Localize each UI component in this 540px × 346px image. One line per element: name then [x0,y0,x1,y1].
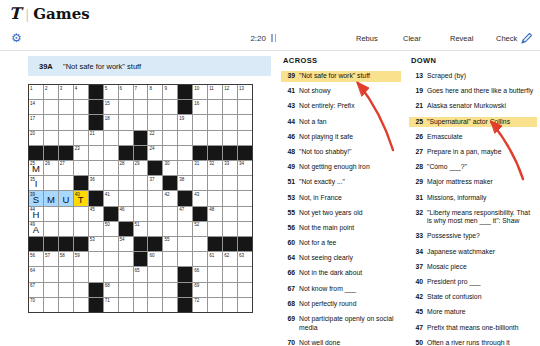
cell-number: 34 [239,161,244,166]
grid-cell-r13c15[interactable] [238,267,252,281]
grid-cell-r7c14[interactable] [223,176,237,190]
grid-cell-r7c3[interactable] [59,176,73,190]
across-clue-48[interactable]: 48"Not too shabby!" [281,147,401,158]
across-clue-66[interactable]: 66Not in the dark about [281,268,401,279]
crossword-grid[interactable]: 1234567891011121314151617181920212223242… [29,85,252,312]
cell-number: 65 [135,268,140,273]
grid-cell-r7c6[interactable] [104,176,118,190]
nyt-games-logo[interactable]: T | Games [9,4,90,23]
grid-cell-r3c1[interactable]: 17 [29,115,43,129]
grid-cell-r2c1[interactable]: 14 [29,100,43,114]
grid-cell-r2c7[interactable] [119,100,133,114]
grid-cell-r1c1[interactable]: 1 [29,85,43,99]
clue-number: 21 [409,102,423,111]
grid-cell-r9c2[interactable] [44,207,58,221]
grid-cell-r4c9[interactable]: 22 [148,131,162,145]
across-clue-68[interactable]: 68Not perfectly round [281,299,401,310]
grid-cell-r2c14[interactable] [223,100,237,114]
grid-cell-r1c7[interactable]: 6 [119,85,133,99]
cell-number: 63 [239,253,244,258]
cell-letter: M [47,195,55,206]
clue-text: Not entirely: Prefix [299,102,355,111]
grid-cell-r11c10[interactable]: 55 [163,237,177,251]
grid-cell-r1c2[interactable]: 2 [44,85,58,99]
grid-cell-r9c11[interactable]: 47 [178,207,192,221]
selected-clue-text: "Not safe for work" stuff [63,62,141,71]
down-clue-25[interactable]: 25"Supernatural" actor Collins [409,117,537,128]
grid-cell-r10c14[interactable] [223,222,237,236]
grid-cell-r3c14[interactable] [223,115,237,129]
grid-cell-r12c2[interactable]: 57 [44,252,58,266]
clue-number: 31 [409,194,423,203]
grid-cell-r9c5[interactable]: 45 [89,207,103,221]
grid-cell-r7c5[interactable]: 36 [89,176,103,190]
grid-cell-r6c14[interactable]: 33 [223,161,237,175]
across-clue-70[interactable]: 70Not well done [281,338,401,346]
grid-cell-r11c5[interactable]: 53 [89,237,103,251]
grid-cell-r10c1[interactable]: 49A [29,222,43,236]
grid-cell-r12c6[interactable] [104,252,118,266]
cell-number: 38 [179,177,184,182]
grid-cell-r8c4[interactable]: 40T [74,191,88,205]
grid-cell-r10c13[interactable] [208,222,222,236]
grid-cell-r13c8[interactable]: 65 [134,267,148,281]
grid-cell-r15c9[interactable] [148,298,162,312]
grid-cell-r13c12[interactable]: 66 [193,267,207,281]
grid-cell-r1c10[interactable]: 9 [163,85,177,99]
rebus-button[interactable]: Rebus [356,34,378,43]
grid-cell-r13c7[interactable] [119,267,133,281]
grid-cell-r7c7[interactable] [119,176,133,190]
cell-number: 4 [75,86,78,91]
across-clue-69[interactable]: 69Not participate openly on social media [281,314,401,333]
grid-cell-r14c12[interactable]: 69 [193,283,207,297]
grid-cell-r3c3[interactable] [59,115,73,129]
grid-cell-r11c7[interactable]: 54 [119,237,133,251]
down-clue-27[interactable]: 27Prepare in a pan, maybe [409,147,537,158]
across-clue-53[interactable]: 53Not, in France [281,193,401,204]
grid-cell-r14c3[interactable] [59,283,73,297]
down-clue-26[interactable]: 26Emasculate [409,132,537,143]
grid-cell-r4c7[interactable] [119,131,133,145]
grid-cell-r7c15[interactable] [238,176,252,190]
grid-cell-r1c9[interactable]: 8 [148,85,162,99]
down-clue-list: DOWN 13Scraped (by)19Goes here and there… [409,56,537,346]
grid-cell-r13c6[interactable] [104,267,118,281]
grid-cell-r6c7[interactable]: 28 [119,161,133,175]
grid-cell-r1c3[interactable]: 3 [59,85,73,99]
grid-cell-r12c12[interactable] [193,252,207,266]
grid-cell-r13c4[interactable] [74,267,88,281]
grid-cell-r15c15[interactable] [238,298,252,312]
grid-cell-r15c8[interactable] [134,298,148,312]
grid-cell-r7c9[interactable]: 37 [148,176,162,190]
grid-cell-r15c3[interactable] [59,298,73,312]
down-clue-32[interactable]: 32"Liberty means responsibility. That is… [409,208,537,227]
grid-cell-r9c14[interactable] [223,207,237,221]
cell-number: 15 [105,101,110,106]
grid-cell-r3c11[interactable]: 19 [178,115,192,129]
across-clue-64[interactable]: 64Not seeing clearly [281,253,401,264]
grid-cell-r8c9[interactable] [148,191,162,205]
grid-cell-r4c5[interactable]: 21 [89,131,103,145]
grid-cell-r14c15[interactable] [238,283,252,297]
grid-cell-r4c11[interactable] [178,131,192,145]
grid-cell-r5c9[interactable]: 24 [148,146,162,160]
grid-cell-r2c8[interactable] [134,100,148,114]
grid-cell-r14c9[interactable] [148,283,162,297]
grid-cell-r9c8[interactable] [134,207,148,221]
grid-cell-r4c14[interactable] [223,131,237,145]
down-clue-28[interactable]: 28"Cómo ___?" [409,162,537,173]
cell-number: 20 [30,131,35,136]
clue-number: 41 [281,87,295,96]
grid-cell-r14c8[interactable] [134,283,148,297]
grid-cell-r12c5[interactable] [89,252,103,266]
clue-number: 27 [409,148,423,157]
grid-cell-r1c14[interactable]: 12 [223,85,237,99]
grid-cell-r5c5[interactable] [89,146,103,160]
clue-text: "Not too shabby!" [299,148,351,157]
grid-cell-r2c10[interactable] [163,100,177,114]
grid-cell-r10c15[interactable] [238,222,252,236]
grid-cell-r8c13[interactable] [208,191,222,205]
grid-cell-r13c3[interactable] [59,267,73,281]
grid-cell-r6c5[interactable] [89,161,103,175]
grid-cell-r6c4[interactable] [74,161,88,175]
grid-cell-r1c4[interactable]: 4 [74,85,88,99]
grid-cell-r10c3[interactable] [59,222,73,236]
grid-cell-r13c13[interactable] [208,267,222,281]
grid-cell-r10c2[interactable] [44,222,58,236]
grid-cell-r6c8[interactable]: 29 [134,161,148,175]
grid-cell-r2c15[interactable] [238,100,252,114]
grid-cell-r12c13[interactable]: 61 [208,252,222,266]
pencil-edit-icon[interactable] [520,32,533,45]
grid-cell-r14c1[interactable]: 67 [29,283,43,297]
selected-clue-banner[interactable]: 39A "Not safe for work" stuff [28,56,271,76]
grid-cell-r11c6[interactable] [104,237,118,251]
grid-cell-r8c14[interactable] [223,191,237,205]
grid-cell-r15c12[interactable]: 72 [193,298,207,312]
cell-number: 60 [149,253,154,258]
down-clue-29[interactable]: 29Major mattress maker [409,177,537,188]
grid-cell-r3c2[interactable] [44,115,58,129]
grid-cell-r3c8[interactable] [134,115,148,129]
grid-cell-r5c10[interactable] [163,146,177,160]
down-clue-33[interactable]: 33Possessive type? [409,231,537,242]
grid-cell-r3c10[interactable] [163,115,177,129]
across-clue-list: ACROSS 39"Not safe for work" stuff41Not … [281,56,401,346]
grid-cell-r12c1[interactable]: 56 [29,252,43,266]
grid-cell-r3c9[interactable] [148,115,162,129]
grid-cell-r14c6[interactable]: 68 [104,283,118,297]
grid-cell-r14c14[interactable] [223,283,237,297]
clue-text: "Not safe for work" stuff [299,72,370,81]
down-clue-50[interactable]: 50Often a river runs through it [409,338,537,346]
grid-cell-r7c12[interactable] [193,176,207,190]
clue-text: Not participate openly on social media [299,315,399,332]
grid-cell-r2c2[interactable] [44,100,58,114]
grid-cell-r8c1[interactable]: 39S [29,191,43,205]
across-clue-60[interactable]: 60Not for a fee [281,238,401,249]
grid-cell-r5c13 [208,146,222,160]
cell-number: 50 [105,222,110,227]
cell-number: 13 [239,86,244,91]
grid-cell-r15c10[interactable] [163,298,177,312]
settings-gear-icon[interactable]: ⚙ [11,30,22,46]
across-clue-41[interactable]: 41Not showy [281,86,401,97]
grid-cell-r14c2[interactable] [44,283,58,297]
grid-cell-r3c4[interactable] [74,115,88,129]
grid-cell-r4c3[interactable] [59,131,73,145]
grid-cell-r14c13[interactable] [208,283,222,297]
grid-cell-r7c13[interactable] [208,176,222,190]
grid-cell-r15c4[interactable] [74,298,88,312]
across-clue-43[interactable]: 43Not entirely: Prefix [281,101,401,112]
grid-cell-r6c3[interactable]: 27 [59,161,73,175]
grid-cell-r13c10[interactable] [163,267,177,281]
clue-text: Not showy [299,87,331,96]
grid-cell-r13c2[interactable] [44,267,58,281]
grid-cell-r6c10[interactable]: 30 [163,161,177,175]
across-header: ACROSS [283,56,401,65]
grid-cell-r9c6 [104,207,118,221]
crossword-board: 1234567891011121314151617181920212223242… [28,84,253,313]
grid-cell-r1c12[interactable]: 10 [193,85,207,99]
across-clue-51[interactable]: 51"Not exactly ..." [281,177,401,188]
cell-number: 48 [209,207,214,212]
grid-cell-r8c10[interactable]: 42 [163,191,177,205]
grid-cell-r5c6[interactable] [104,146,118,160]
clue-text: Mosaic piece [427,263,467,272]
grid-cell-r7c8[interactable] [134,176,148,190]
grid-cell-r6c1[interactable]: 25M [29,161,43,175]
down-clue-21[interactable]: 21Alaska senator Murkowski [409,101,537,112]
grid-cell-r10c5[interactable] [89,222,103,236]
grid-cell-r14c7[interactable] [119,283,133,297]
cell-number: 57 [45,253,50,258]
grid-cell-r4c12[interactable] [193,131,207,145]
cell-number: 71 [105,298,110,303]
cell-number: 24 [149,146,154,151]
selected-clue-number: 39A [39,62,63,71]
grid-cell-r7c1[interactable]: 35I [29,176,43,190]
grid-cell-r12c4[interactable]: 59 [74,252,88,266]
grid-cell-r10c12[interactable]: 52 [193,222,207,236]
grid-cell-r8c15[interactable] [238,191,252,205]
grid-cell-r15c7[interactable] [119,298,133,312]
clue-text: Often a river runs through it [427,339,510,346]
reveal-button[interactable]: Reveal [450,34,473,43]
down-clue-34[interactable]: 34Japanese watchmaker [409,247,537,258]
clue-number: 60 [281,239,295,248]
grid-cell-r3c15[interactable] [238,115,252,129]
grid-cell-r15c6[interactable]: 71 [104,298,118,312]
down-clue-45[interactable]: 45More mature [409,307,537,318]
cell-number: 47 [179,207,184,212]
grid-cell-r9c10[interactable] [163,207,177,221]
grid-cell-r13c14[interactable] [223,267,237,281]
grid-cell-r5c4[interactable]: 23 [74,146,88,160]
down-clue-42[interactable]: 42State of confusion [409,292,537,303]
down-clue-13[interactable]: 13Scraped (by) [409,71,537,82]
cell-number: 58 [60,253,65,258]
grid-cell-r9c13[interactable]: 48 [208,207,222,221]
grid-cell-r9c3[interactable] [59,207,73,221]
grid-cell-r1c8[interactable]: 7 [134,85,148,99]
grid-cell-r9c1[interactable]: 44H [29,207,43,221]
down-clue-19[interactable]: 19Goes here and there like a butterfly [409,86,537,97]
clue-number: 19 [409,87,423,96]
grid-cell-r2c3[interactable] [59,100,73,114]
across-clue-44[interactable]: 44Not a fan [281,117,401,128]
cell-number: 59 [75,253,80,258]
cell-number: 8 [149,86,152,91]
grid-cell-r2c9[interactable] [148,100,162,114]
grid-cell-r6c12[interactable]: 31 [193,161,207,175]
grid-cell-r11c2 [44,237,58,251]
across-clue-56[interactable]: 56Not the main point [281,223,401,234]
clue-text: Alaska senator Murkowski [427,102,506,111]
grid-cell-r1c15[interactable]: 13 [238,85,252,99]
grid-cell-r8c7[interactable] [119,191,133,205]
grid-cell-r4c10[interactable] [163,131,177,145]
grid-cell-r15c14[interactable] [223,298,237,312]
grid-cell-r11c11[interactable] [178,237,192,251]
grid-cell-r14c10[interactable] [163,283,177,297]
grid-cell-r12c9[interactable]: 60 [148,252,162,266]
grid-cell-r14c11 [178,283,192,297]
grid-cell-r11c14 [223,237,237,251]
clue-number: 46 [281,133,295,142]
cell-number: 11 [209,86,214,91]
down-clue-37[interactable]: 37Mosaic piece [409,262,537,273]
clue-text: More mature [427,308,466,317]
cell-number: 23 [75,146,80,151]
grid-cell-r4c6[interactable] [104,131,118,145]
grid-cell-r9c7[interactable]: 46 [119,207,133,221]
check-button[interactable]: Check [496,34,517,43]
cell-number: 7 [135,86,138,91]
grid-cell-r13c5[interactable] [89,267,103,281]
grid-cell-r4c15[interactable] [238,131,252,145]
pause-icon[interactable] [271,34,278,42]
grid-cell-r6c15[interactable]: 34 [238,161,252,175]
grid-cell-r12c14[interactable]: 62 [223,252,237,266]
grid-cell-r9c15[interactable] [238,207,252,221]
clear-button[interactable]: Clear [403,34,421,43]
down-clue-47[interactable]: 47Prefix that means one-billionth [409,323,537,334]
clue-text: "Supernatural" actor Collins [427,118,510,127]
across-clue-67[interactable]: 67Not know from ___ [281,284,401,295]
clue-text: Prefix that means one-billionth [427,324,518,333]
grid-cell-r8c6[interactable]: 41 [104,191,118,205]
clue-text: Not, in France [299,194,342,203]
across-clue-49[interactable]: 49Not getting enough iron [281,162,401,173]
grid-cell-r10c4[interactable] [74,222,88,236]
grid-cell-r5c11[interactable] [178,146,192,160]
grid-cell-r15c1[interactable]: 70 [29,298,43,312]
clue-text: "Cómo ___?" [427,163,467,172]
clue-number: 33 [409,232,423,241]
grid-cell-r5c2 [44,146,58,160]
grid-cell-r6c13[interactable]: 32 [208,161,222,175]
grid-cell-r15c13[interactable] [208,298,222,312]
clue-number: 51 [281,178,295,187]
cell-number: 27 [60,161,65,166]
grid-cell-r7c4 [74,176,88,190]
grid-cell-r12c10[interactable] [163,252,177,266]
grid-cell-r13c9[interactable] [148,267,162,281]
grid-cell-r7c11[interactable]: 38 [178,176,192,190]
across-clue-46[interactable]: 46Not playing it safe [281,132,401,143]
grid-cell-r12c7[interactable] [119,252,133,266]
grid-cell-r14c5 [89,283,103,297]
grid-cell-r13c1[interactable]: 64 [29,267,43,281]
grid-cell-r7c2[interactable] [44,176,58,190]
grid-cell-r10c6[interactable]: 50 [104,222,118,236]
cell-number: 33 [224,161,229,166]
grid-cell-r6c6[interactable] [104,161,118,175]
down-clue-40[interactable]: 40President pro ___ [409,277,537,288]
grid-cell-r12c11[interactable] [178,252,192,266]
cell-number: 49 [30,222,35,227]
grid-cell-r8c3[interactable]: U [59,191,73,205]
grid-cell-r4c4[interactable] [74,131,88,145]
grid-cell-r4c13[interactable] [208,131,222,145]
grid-cell-r6c2[interactable]: 26 [44,161,58,175]
grid-cell-r12c3[interactable]: 58 [59,252,73,266]
grid-cell-r14c4[interactable] [74,283,88,297]
grid-cell-r8c12[interactable]: 43 [193,191,207,205]
grid-cell-r8c2[interactable]: M [44,191,58,205]
grid-cell-r8c11 [178,191,192,205]
across-clue-39[interactable]: 39"Not safe for work" stuff [281,71,401,82]
grid-cell-r2c13[interactable] [208,100,222,114]
grid-cell-r9c4[interactable] [74,207,88,221]
grid-cell-r4c2[interactable] [44,131,58,145]
grid-cell-r1c6[interactable]: 5 [104,85,118,99]
down-clue-31[interactable]: 31Missions, informally [409,193,537,204]
grid-cell-r9c9[interactable] [148,207,162,221]
clue-number: 48 [281,148,295,157]
grid-cell-r10c8[interactable]: 51 [134,222,148,236]
grid-cell-r3c12[interactable] [193,115,207,129]
grid-cell-r2c4[interactable] [74,100,88,114]
grid-cell-r2c6[interactable]: 15 [104,100,118,114]
grid-cell-r4c1[interactable]: 20 [29,131,43,145]
grid-cell-r12c15[interactable]: 63 [238,252,252,266]
grid-cell-r3c7[interactable] [119,115,133,129]
grid-cell-r10c11[interactable] [178,222,192,236]
grid-cell-r10c9[interactable] [148,222,162,236]
grid-cell-r6c11[interactable] [178,161,192,175]
grid-cell-r3c6[interactable]: 18 [104,115,118,129]
grid-cell-r8c8[interactable] [134,191,148,205]
grid-cell-r3c13[interactable] [208,115,222,129]
grid-cell-r11c12[interactable] [193,237,207,251]
cell-number: 64 [30,268,35,273]
grid-cell-r2c12[interactable]: 16 [193,100,207,114]
grid-cell-r10c10[interactable] [163,222,177,236]
grid-cell-r15c2[interactable] [44,298,58,312]
grid-cell-r2c5 [89,100,103,114]
cell-number: 30 [164,161,169,166]
grid-cell-r1c13[interactable]: 11 [208,85,222,99]
cell-number: 10 [194,86,199,91]
across-clue-55[interactable]: 55Not yet two years old [281,208,401,219]
